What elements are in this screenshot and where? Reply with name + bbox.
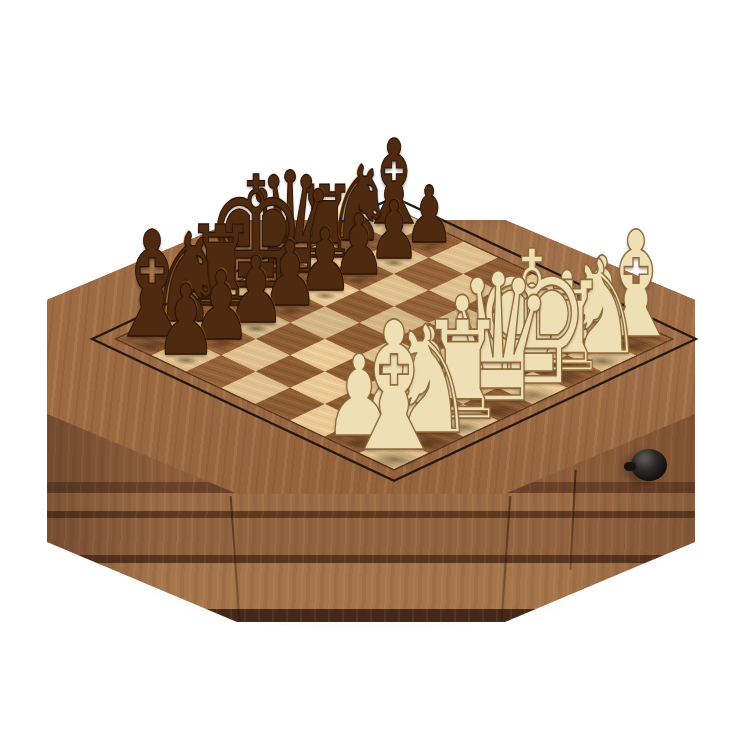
product-photo-scene: ♝♞♜♛♚♜♞♝♟♟♟♟♟♟♟♟♟♟♟♟♟♟♟♟♝♞♜♚♛♜♞♝ — [0, 0, 738, 738]
drawer-knob — [631, 449, 667, 481]
